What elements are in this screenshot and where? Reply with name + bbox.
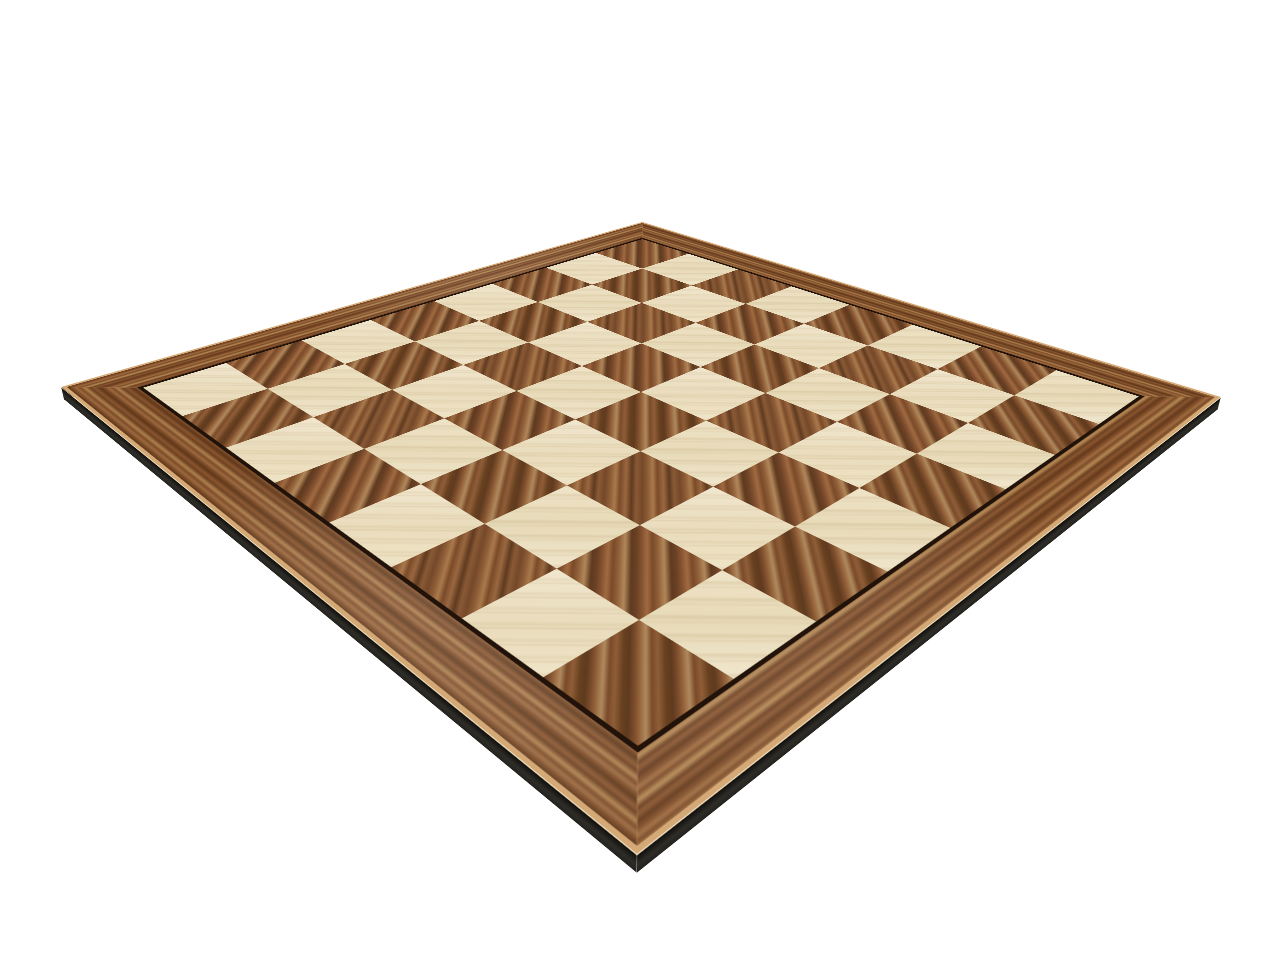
square-h2 — [639, 570, 816, 679]
square-e4 — [575, 392, 706, 451]
board-field — [143, 239, 1139, 746]
square-g5 — [779, 422, 917, 488]
square-h6 — [917, 423, 1055, 489]
square-h1 — [543, 620, 734, 746]
square-e1 — [329, 484, 484, 567]
square-h4 — [795, 488, 950, 572]
square-d2 — [364, 418, 502, 484]
square-h5 — [859, 454, 1005, 528]
square-d3 — [444, 391, 575, 450]
square-g6 — [837, 394, 968, 453]
square-f2 — [485, 485, 640, 568]
square-f3 — [567, 451, 713, 525]
square-g2 — [557, 525, 722, 620]
square-c2 — [313, 390, 444, 449]
square-e3 — [502, 420, 640, 486]
square-f5 — [706, 393, 837, 452]
square-g4 — [713, 452, 859, 526]
chess-board — [61, 222, 1221, 854]
square-b1 — [182, 389, 313, 448]
square-c1 — [226, 417, 364, 483]
square-d1 — [275, 449, 421, 523]
square-f1 — [391, 524, 556, 619]
square-f4 — [640, 421, 778, 487]
square-e2 — [421, 450, 567, 524]
square-g3 — [640, 487, 795, 570]
square-h7 — [968, 395, 1099, 455]
square-h3 — [722, 527, 887, 622]
square-g1 — [462, 569, 639, 678]
